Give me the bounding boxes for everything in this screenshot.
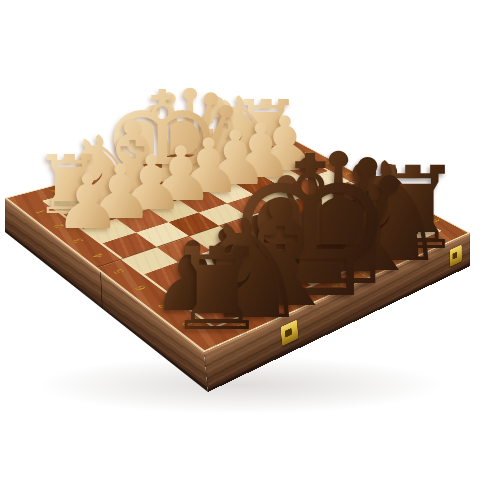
rank-label-left: 3 bbox=[65, 234, 91, 246]
rank-label-left: 6 bbox=[128, 281, 156, 295]
rank-label-left: 8 bbox=[174, 315, 203, 331]
rank-label-left: 7 bbox=[150, 298, 178, 313]
board-top: hh11gg22ff33ee44dd55cc66bb77aa88 bbox=[5, 128, 470, 352]
rank-label-left: 5 bbox=[106, 265, 133, 279]
rank-label-left: 1 bbox=[28, 206, 53, 217]
rank-label-left: 4 bbox=[85, 249, 111, 262]
brass-latch bbox=[450, 245, 462, 267]
brass-latch bbox=[281, 320, 298, 346]
rank-label-left: 2 bbox=[47, 220, 73, 232]
wooden-chess-set-photo: hh11gg22ff33ee44dd55cc66bb77aa88 ♜♞♝♛♚♝♞… bbox=[0, 0, 500, 500]
fold-seam-side bbox=[100, 272, 103, 310]
